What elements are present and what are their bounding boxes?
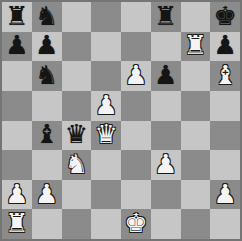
square-b3[interactable] [32, 150, 62, 180]
square-d1[interactable] [91, 209, 121, 239]
square-a1[interactable]: ♜ [2, 209, 32, 239]
square-g5[interactable] [181, 91, 211, 121]
square-f2[interactable] [151, 180, 181, 210]
square-a3[interactable] [2, 150, 32, 180]
square-g2[interactable] [181, 180, 211, 210]
white-bishop: ♝ [213, 62, 236, 88]
white-pawn: ♟ [5, 181, 28, 207]
square-a4[interactable] [2, 121, 32, 151]
square-c4[interactable]: ♛ [62, 121, 92, 151]
square-d7[interactable] [91, 32, 121, 62]
square-f3[interactable]: ♟ [151, 150, 181, 180]
square-a8[interactable]: ♜ [2, 2, 32, 32]
white-pawn: ♟ [35, 181, 58, 207]
square-f5[interactable] [151, 91, 181, 121]
square-g3[interactable] [181, 150, 211, 180]
square-h6[interactable]: ♝ [210, 61, 240, 91]
square-h7[interactable]: ♟ [210, 32, 240, 62]
black-knight: ♞ [35, 62, 58, 88]
black-queen: ♛ [65, 121, 88, 147]
square-b5[interactable] [32, 91, 62, 121]
square-f4[interactable] [151, 121, 181, 151]
square-e2[interactable] [121, 180, 151, 210]
chess-board-grid: ♜♞♜♚♟♟♜♟♞♟♟♝♟♝♛♛♞♟♟♟♟♜♚ [2, 2, 240, 239]
black-knight: ♞ [35, 3, 58, 29]
square-e6[interactable]: ♟ [121, 61, 151, 91]
square-c7[interactable] [62, 32, 92, 62]
square-g4[interactable] [181, 121, 211, 151]
square-g1[interactable] [181, 209, 211, 239]
white-rook: ♜ [184, 32, 207, 58]
black-bishop: ♝ [35, 121, 58, 147]
white-pawn: ♟ [124, 62, 147, 88]
square-h8[interactable]: ♚ [210, 2, 240, 32]
square-e3[interactable] [121, 150, 151, 180]
chess-board: ♜♞♜♚♟♟♜♟♞♟♟♝♟♝♛♛♞♟♟♟♟♜♚ [0, 0, 242, 241]
square-f7[interactable] [151, 32, 181, 62]
square-d6[interactable] [91, 61, 121, 91]
square-f8[interactable]: ♜ [151, 2, 181, 32]
square-c8[interactable] [62, 2, 92, 32]
square-h1[interactable] [210, 209, 240, 239]
white-king: ♚ [124, 210, 147, 236]
square-h5[interactable] [210, 91, 240, 121]
black-pawn: ♟ [154, 62, 177, 88]
square-a5[interactable] [2, 91, 32, 121]
square-h2[interactable]: ♟ [210, 180, 240, 210]
square-b2[interactable]: ♟ [32, 180, 62, 210]
black-pawn: ♟ [5, 32, 28, 58]
square-a6[interactable] [2, 61, 32, 91]
square-f6[interactable]: ♟ [151, 61, 181, 91]
square-d5[interactable]: ♟ [91, 91, 121, 121]
square-h4[interactable] [210, 121, 240, 151]
white-queen: ♛ [94, 121, 117, 147]
square-f1[interactable] [151, 209, 181, 239]
square-g6[interactable] [181, 61, 211, 91]
black-pawn: ♟ [213, 32, 236, 58]
square-e5[interactable] [121, 91, 151, 121]
square-g7[interactable]: ♜ [181, 32, 211, 62]
square-b1[interactable] [32, 209, 62, 239]
square-e4[interactable] [121, 121, 151, 151]
square-d4[interactable]: ♛ [91, 121, 121, 151]
white-rook: ♜ [5, 210, 28, 236]
square-b4[interactable]: ♝ [32, 121, 62, 151]
white-knight: ♞ [65, 151, 88, 177]
square-e8[interactable] [121, 2, 151, 32]
square-e1[interactable]: ♚ [121, 209, 151, 239]
square-a7[interactable]: ♟ [2, 32, 32, 62]
square-c5[interactable] [62, 91, 92, 121]
black-rook: ♜ [154, 3, 177, 29]
square-h3[interactable] [210, 150, 240, 180]
square-b7[interactable]: ♟ [32, 32, 62, 62]
white-pawn: ♟ [213, 181, 236, 207]
square-b6[interactable]: ♞ [32, 61, 62, 91]
square-c1[interactable] [62, 209, 92, 239]
black-king: ♚ [213, 3, 236, 29]
white-pawn: ♟ [154, 151, 177, 177]
square-d2[interactable] [91, 180, 121, 210]
square-b8[interactable]: ♞ [32, 2, 62, 32]
black-rook: ♜ [5, 3, 28, 29]
white-pawn: ♟ [94, 92, 117, 118]
black-pawn: ♟ [35, 32, 58, 58]
square-d8[interactable] [91, 2, 121, 32]
square-a2[interactable]: ♟ [2, 180, 32, 210]
square-g8[interactable] [181, 2, 211, 32]
square-c6[interactable] [62, 61, 92, 91]
square-c3[interactable]: ♞ [62, 150, 92, 180]
square-d3[interactable] [91, 150, 121, 180]
square-e7[interactable] [121, 32, 151, 62]
square-c2[interactable] [62, 180, 92, 210]
